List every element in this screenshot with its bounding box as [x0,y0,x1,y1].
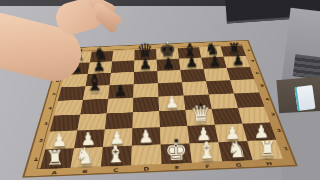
black-pawn-g7[interactable]: ♟ [203,54,227,69]
square-c1[interactable]: ♝ [101,146,132,167]
white-knight-g1[interactable]: ♞ [221,138,252,162]
white-box [294,85,315,111]
square-g7[interactable]: ♟ [201,57,226,69]
board-frame: 8♜♞♛♚♝♞♜87♟♟♟♟♟♟♟7665♝♟54♟43♛32♟♟♟♟♟♟♟21… [22,40,298,178]
file-label: A [38,168,71,179]
square-g5[interactable] [206,80,234,94]
black-pawn-f7[interactable]: ♟ [180,55,204,70]
file-label: C [100,165,131,176]
square-e1[interactable]: ♚ [161,143,192,163]
file-label: F [192,161,224,172]
square-f5[interactable] [182,81,209,95]
white-pawn-d2[interactable]: ♟ [131,127,161,146]
white-bishop-c1[interactable]: ♝ [100,142,131,167]
square-e7[interactable]: ♟ [157,59,181,71]
square-a4[interactable] [54,100,83,116]
square-e6[interactable] [157,70,182,83]
square-f1[interactable]: ♝ [190,142,223,162]
file-label: H [253,159,287,170]
file-label: B [69,166,101,177]
square-e4[interactable]: ♟ [158,96,185,112]
square-d6[interactable] [134,71,158,84]
square-g6[interactable] [204,68,231,81]
black-pawn-d7[interactable]: ♟ [133,57,157,72]
white-knight-b1[interactable]: ♞ [70,144,101,168]
square-b4[interactable] [80,99,108,115]
square-h1[interactable]: ♜ [247,140,283,160]
square-d1[interactable] [131,145,161,166]
square-d7[interactable]: ♟ [134,60,157,72]
video-frame: 8♜♞♛♚♝♞♜87♟♟♟♟♟♟♟7665♝♟54♟43♛32♟♟♟♟♟♟♟21… [0,0,320,180]
white-rook-h1[interactable]: ♜ [252,138,283,160]
black-pawn-h7[interactable]: ♟ [226,53,250,68]
square-b1[interactable]: ♞ [71,147,103,168]
black-pawn-c5[interactable]: ♟ [108,82,134,98]
square-d5[interactable] [133,83,158,97]
finger [94,11,119,34]
chess-board[interactable]: 8♜♞♛♚♝♞♜87♟♟♟♟♟♟♟7665♝♟54♟43♛32♟♟♟♟♟♟♟21… [22,40,298,178]
square-c5[interactable]: ♟ [108,84,134,98]
square-d4[interactable] [133,97,159,113]
rank-label: 4 [259,92,276,107]
file-label: D [131,164,162,175]
white-pawn-e4[interactable]: ♟ [158,94,185,111]
square-g1[interactable]: ♞ [218,141,252,161]
square-a5[interactable] [58,86,86,101]
square-h7[interactable]: ♟ [224,56,250,68]
square-h6[interactable] [227,67,255,80]
square-d2[interactable]: ♟ [132,127,161,146]
square-c4[interactable] [107,98,134,114]
black-bishop-b5[interactable]: ♝ [82,71,108,94]
white-bishop-f1[interactable]: ♝ [191,138,222,163]
square-b5[interactable]: ♝ [83,85,110,99]
file-label: E [162,163,194,174]
square-e3[interactable] [159,110,187,127]
black-pawn-e7[interactable]: ♟ [157,56,181,71]
square-f6[interactable] [180,69,206,82]
file-label: G [222,160,255,171]
white-king-e1[interactable]: ♚ [161,137,192,164]
white-rook-a1[interactable]: ♜ [39,147,70,169]
square-h4[interactable] [234,92,264,107]
square-h5[interactable] [230,79,259,93]
square-f7[interactable]: ♟ [179,58,204,70]
